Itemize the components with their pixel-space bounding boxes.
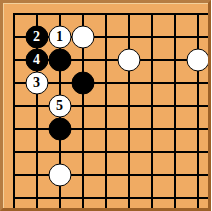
grid-vline — [151, 13, 153, 211]
stone-number: 4 — [33, 53, 40, 67]
stone-white-1: 1 — [48, 26, 71, 49]
grid-vline — [197, 13, 199, 211]
grid-hline — [13, 197, 212, 199]
stone-white-5: 5 — [48, 95, 71, 118]
stone-black — [71, 72, 94, 95]
stone-black — [48, 118, 71, 141]
go-diagram: 21435 — [0, 0, 211, 211]
stone-white — [71, 26, 94, 49]
grid-vline — [174, 13, 176, 211]
stone-black-4: 4 — [25, 49, 48, 72]
stone-black-2: 2 — [25, 26, 48, 49]
grid-vline — [13, 13, 15, 211]
stone-black — [48, 49, 71, 72]
grid-hline — [13, 105, 212, 107]
grid-hline — [13, 128, 212, 130]
grid-vline — [128, 13, 130, 211]
stone-white-3: 3 — [25, 72, 48, 95]
stone-white — [117, 49, 140, 72]
stone-number: 2 — [33, 30, 40, 44]
stone-number: 5 — [56, 99, 63, 113]
stone-white — [186, 49, 209, 72]
grid-vline — [105, 13, 107, 211]
stone-number: 1 — [56, 30, 63, 44]
grid-hline — [13, 13, 212, 15]
stone-number: 3 — [33, 76, 40, 90]
grid-hline — [13, 151, 212, 153]
stone-white — [48, 164, 71, 187]
grid-hline — [13, 174, 212, 176]
